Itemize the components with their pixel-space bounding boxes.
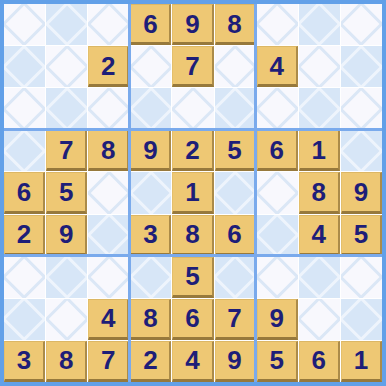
diamond-icon: [341, 4, 382, 45]
diamond-icon: [215, 257, 256, 298]
cell-r2c7[interactable]: 4: [257, 46, 298, 87]
cell-r3c3[interactable]: [88, 88, 129, 129]
cell-r7c3[interactable]: [88, 257, 129, 298]
diamond-icon: [4, 299, 45, 340]
cell-r5c1[interactable]: 6: [4, 172, 45, 213]
cell-r1c7[interactable]: [257, 4, 298, 45]
diamond-icon: [172, 88, 213, 129]
diamond-icon: [88, 215, 129, 256]
cell-r3c8[interactable]: [299, 88, 340, 129]
cell-r8c9[interactable]: [341, 299, 382, 340]
diamond-icon: [341, 46, 382, 87]
diamond-icon: [88, 4, 129, 45]
diamond-icon: [46, 88, 87, 129]
cell-r1c5[interactable]: 9: [172, 4, 213, 45]
cell-r5c6[interactable]: [215, 172, 256, 213]
cell-r3c5[interactable]: [172, 88, 213, 129]
cell-r4c1[interactable]: [4, 130, 45, 171]
cell-r1c2[interactable]: [46, 4, 87, 45]
cell-r9c6[interactable]: 9: [215, 341, 256, 382]
diamond-icon: [299, 88, 340, 129]
cell-r3c1[interactable]: [4, 88, 45, 129]
cell-r2c1[interactable]: [4, 46, 45, 87]
cell-r1c1[interactable]: [4, 4, 45, 45]
diamond-icon: [130, 172, 171, 213]
diamond-icon: [88, 172, 129, 213]
cell-r9c1[interactable]: 3: [4, 341, 45, 382]
cell-r4c4[interactable]: 9: [130, 130, 171, 171]
diamond-icon: [341, 88, 382, 129]
cell-r5c5[interactable]: 1: [172, 172, 213, 213]
diamond-icon: [4, 4, 45, 45]
cell-r3c2[interactable]: [46, 88, 87, 129]
cell-r9c9[interactable]: 1: [341, 341, 382, 382]
cell-r8c7[interactable]: 9: [257, 299, 298, 340]
diamond-icon: [257, 88, 298, 129]
diamond-icon: [257, 257, 298, 298]
diamond-icon: [4, 130, 45, 171]
cell-r6c9[interactable]: 5: [341, 215, 382, 256]
cell-r7c1[interactable]: [4, 257, 45, 298]
cell-r6c5[interactable]: 8: [172, 215, 213, 256]
cell-r4c5[interactable]: 2: [172, 130, 213, 171]
cell-r2c3[interactable]: 2: [88, 46, 129, 87]
diamond-icon: [299, 4, 340, 45]
diamond-icon: [257, 172, 298, 213]
cell-r5c8[interactable]: 8: [299, 172, 340, 213]
cell-r6c8[interactable]: 4: [299, 215, 340, 256]
cell-r9c4[interactable]: 2: [130, 341, 171, 382]
cell-r2c8[interactable]: [299, 46, 340, 87]
diamond-icon: [130, 46, 171, 87]
diamond-icon: [299, 46, 340, 87]
cell-r6c7[interactable]: [257, 215, 298, 256]
diamond-icon: [215, 88, 256, 129]
cell-r3c9[interactable]: [341, 88, 382, 129]
cell-r2c4[interactable]: [130, 46, 171, 87]
cell-r6c6[interactable]: 6: [215, 215, 256, 256]
diamond-icon: [299, 257, 340, 298]
cell-r8c6[interactable]: 7: [215, 299, 256, 340]
diamond-icon: [215, 172, 256, 213]
diamond-icon: [4, 88, 45, 129]
cell-r8c2[interactable]: [46, 299, 87, 340]
diamond-icon: [46, 4, 87, 45]
cell-r1c9[interactable]: [341, 4, 382, 45]
cell-r4c3[interactable]: 8: [88, 130, 129, 171]
cell-r8c4[interactable]: 8: [130, 299, 171, 340]
diamond-icon: [341, 299, 382, 340]
cell-r2c5[interactable]: 7: [172, 46, 213, 87]
cell-r5c3[interactable]: [88, 172, 129, 213]
cell-r5c4[interactable]: [130, 172, 171, 213]
cell-r4c7[interactable]: 6: [257, 130, 298, 171]
cell-r4c8[interactable]: 1: [299, 130, 340, 171]
diamond-icon: [46, 257, 87, 298]
cell-r5c9[interactable]: 9: [341, 172, 382, 213]
cell-r1c4[interactable]: 6: [130, 4, 171, 45]
cell-r2c9[interactable]: [341, 46, 382, 87]
cell-r8c5[interactable]: 6: [172, 299, 213, 340]
cell-r4c6[interactable]: 5: [215, 130, 256, 171]
cell-r7c5[interactable]: 5: [172, 257, 213, 298]
diamond-icon: [46, 46, 87, 87]
cell-r5c2[interactable]: 5: [46, 172, 87, 213]
cell-r9c7[interactable]: 5: [257, 341, 298, 382]
diamond-icon: [215, 46, 256, 87]
cell-r3c7[interactable]: [257, 88, 298, 129]
cell-r7c2[interactable]: [46, 257, 87, 298]
cell-r7c7[interactable]: [257, 257, 298, 298]
diamond-icon: [4, 46, 45, 87]
cell-r9c5[interactable]: 4: [172, 341, 213, 382]
cell-r9c2[interactable]: 8: [46, 341, 87, 382]
diamond-icon: [88, 257, 129, 298]
diamond-icon: [130, 257, 171, 298]
sudoku-board: 6982747892561651892938645548679387249561: [0, 0, 386, 386]
cell-r7c4[interactable]: [130, 257, 171, 298]
diamond-icon: [299, 299, 340, 340]
cell-r3c4[interactable]: [130, 88, 171, 129]
cell-r1c3[interactable]: [88, 4, 129, 45]
cell-r9c8[interactable]: 6: [299, 341, 340, 382]
cell-r6c4[interactable]: 3: [130, 215, 171, 256]
diamond-icon: [341, 257, 382, 298]
cell-r2c2[interactable]: [46, 46, 87, 87]
diamond-icon: [130, 88, 171, 129]
diamond-icon: [88, 88, 129, 129]
cell-r7c6[interactable]: [215, 257, 256, 298]
diamond-icon: [257, 215, 298, 256]
cell-r2c6[interactable]: [215, 46, 256, 87]
cell-r4c9[interactable]: [341, 130, 382, 171]
cell-r1c6[interactable]: 8: [215, 4, 256, 45]
cell-r8c3[interactable]: 4: [88, 299, 129, 340]
cell-r4c2[interactable]: 7: [46, 130, 87, 171]
cell-r9c3[interactable]: 7: [88, 341, 129, 382]
cell-r8c8[interactable]: [299, 299, 340, 340]
cell-r7c8[interactable]: [299, 257, 340, 298]
cell-r8c1[interactable]: [4, 299, 45, 340]
diamond-icon: [257, 4, 298, 45]
cell-r3c6[interactable]: [215, 88, 256, 129]
diamond-icon: [46, 299, 87, 340]
cell-r7c9[interactable]: [341, 257, 382, 298]
cell-r5c7[interactable]: [257, 172, 298, 213]
diamond-icon: [341, 130, 382, 171]
cell-r1c8[interactable]: [299, 4, 340, 45]
cell-r6c1[interactable]: 2: [4, 215, 45, 256]
cell-r6c3[interactable]: [88, 215, 129, 256]
diamond-icon: [4, 257, 45, 298]
cell-r6c2[interactable]: 9: [46, 215, 87, 256]
